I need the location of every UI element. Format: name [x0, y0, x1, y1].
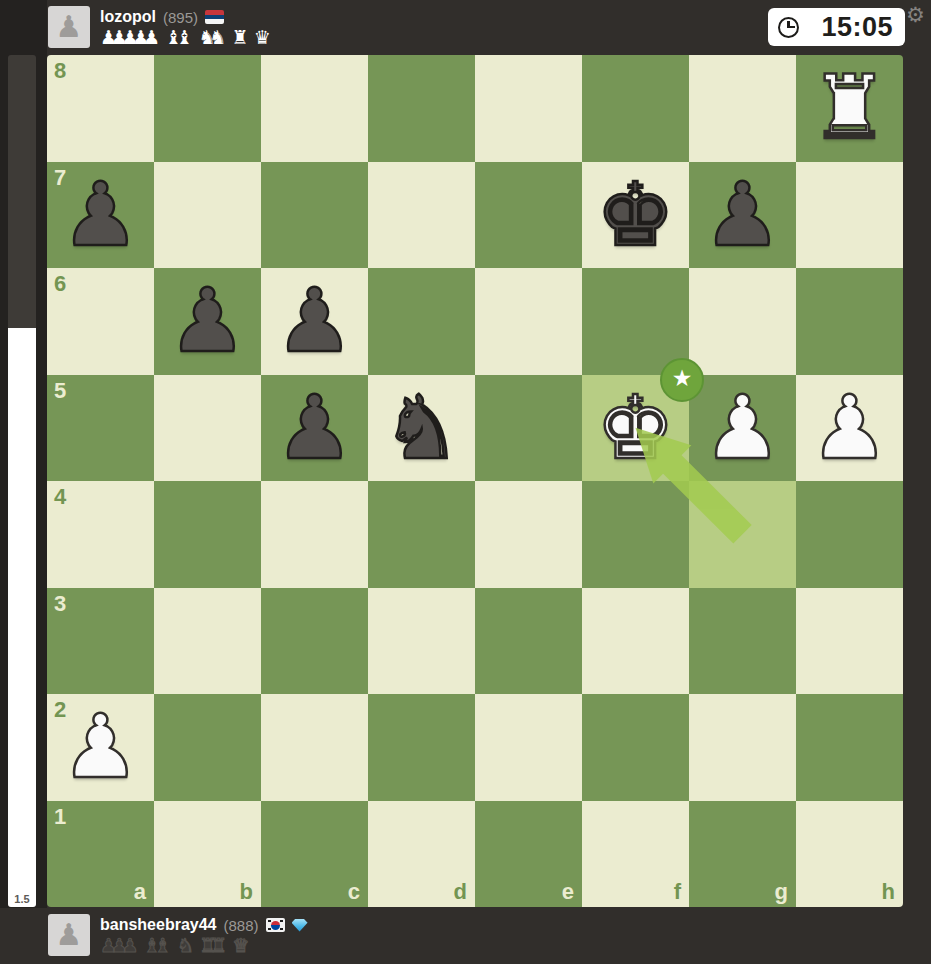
south-korea-flag-icon — [266, 918, 285, 932]
square-g3[interactable] — [689, 588, 796, 695]
rank-label-8: 8 — [54, 60, 66, 82]
clock-icon — [778, 17, 799, 38]
square-e1[interactable]: e — [475, 801, 582, 908]
square-e6[interactable] — [475, 268, 582, 375]
rank-label-4: 4 — [54, 486, 66, 508]
top-player: ♟ lozopol (895) ♟♟♟♟♟ ♝♝ ♞♞ ♜ ♛ — [48, 6, 272, 48]
square-g6[interactable] — [689, 268, 796, 375]
square-b7[interactable] — [154, 162, 261, 269]
black-pawn-g7[interactable]: ♟ — [689, 162, 796, 269]
file-label-e: e — [562, 881, 574, 903]
square-b1[interactable]: b — [154, 801, 261, 908]
square-b8[interactable] — [154, 55, 261, 162]
square-c6[interactable]: ♟ — [261, 268, 368, 375]
square-d1[interactable]: d — [368, 801, 475, 908]
square-e7[interactable] — [475, 162, 582, 269]
square-e8[interactable] — [475, 55, 582, 162]
square-a3[interactable]: 3 — [47, 588, 154, 695]
square-f3[interactable] — [582, 588, 689, 695]
square-a7[interactable]: 7♟ — [47, 162, 154, 269]
square-b5[interactable] — [154, 375, 261, 482]
square-a5[interactable]: 5 — [47, 375, 154, 482]
square-b2[interactable] — [154, 694, 261, 801]
square-e2[interactable] — [475, 694, 582, 801]
serbia-flag-icon — [205, 10, 224, 24]
square-f4[interactable] — [582, 481, 689, 588]
square-c8[interactable] — [261, 55, 368, 162]
bottom-player-avatar[interactable]: ♟ — [48, 914, 90, 956]
file-label-g: g — [775, 881, 788, 903]
file-label-d: d — [454, 881, 467, 903]
square-h4[interactable] — [796, 481, 903, 588]
black-pawn-c6[interactable]: ♟ — [261, 268, 368, 375]
white-rook-h8[interactable]: ♜ — [796, 55, 903, 162]
top-clock-time: 15:05 — [821, 12, 893, 43]
chess-board[interactable]: 8♜7♟♚♟6♟♟5♟♞♚♟♟432♟1abcdefgh — [47, 55, 903, 907]
square-c2[interactable] — [261, 694, 368, 801]
white-pawn-g5[interactable]: ♟ — [689, 375, 796, 482]
rank-label-2: 2 — [54, 699, 66, 721]
top-player-rating: (895) — [163, 9, 198, 26]
bottom-player-bar: ♟ bansheebray44 (888) ♟♟♟ ♝♝ ♞ ♜♜ ♛ 12:5… — [0, 908, 931, 964]
square-b3[interactable] — [154, 588, 261, 695]
square-g4[interactable] — [689, 481, 796, 588]
bottom-player-rating: (888) — [224, 917, 259, 934]
square-c5[interactable]: ♟ — [261, 375, 368, 482]
top-player-bar: ♟ lozopol (895) ♟♟♟♟♟ ♝♝ ♞♞ ♜ ♛ 15:05 ⚙ — [0, 0, 931, 55]
rank-label-7: 7 — [54, 167, 66, 189]
square-h7[interactable] — [796, 162, 903, 269]
square-g5[interactable]: ♟ — [689, 375, 796, 482]
top-player-avatar[interactable]: ♟ — [48, 6, 90, 48]
best-move-star-badge: ★ — [660, 358, 704, 402]
rank-label-3: 3 — [54, 593, 66, 615]
evaluation-bar: 1.5 — [8, 55, 36, 907]
file-label-c: c — [348, 881, 360, 903]
top-player-captured-pieces: ♟♟♟♟♟ ♝♝ ♞♞ ♜ ♛ — [100, 27, 272, 48]
square-g8[interactable] — [689, 55, 796, 162]
square-a2[interactable]: 2♟ — [47, 694, 154, 801]
rank-label-5: 5 — [54, 380, 66, 402]
square-g2[interactable] — [689, 694, 796, 801]
square-d3[interactable] — [368, 588, 475, 695]
square-b6[interactable]: ♟ — [154, 268, 261, 375]
square-f1[interactable]: f — [582, 801, 689, 908]
square-e4[interactable] — [475, 481, 582, 588]
square-h3[interactable] — [796, 588, 903, 695]
square-h5[interactable]: ♟ — [796, 375, 903, 482]
square-a8[interactable]: 8 — [47, 55, 154, 162]
square-a4[interactable]: 4 — [47, 481, 154, 588]
square-e5[interactable] — [475, 375, 582, 482]
square-d2[interactable] — [368, 694, 475, 801]
square-g1[interactable]: g — [689, 801, 796, 908]
square-a6[interactable]: 6 — [47, 268, 154, 375]
square-g7[interactable]: ♟ — [689, 162, 796, 269]
rank-label-6: 6 — [54, 273, 66, 295]
square-d7[interactable] — [368, 162, 475, 269]
file-label-h: h — [882, 881, 895, 903]
black-pawn-b6[interactable]: ♟ — [154, 268, 261, 375]
square-e3[interactable] — [475, 588, 582, 695]
square-c7[interactable] — [261, 162, 368, 269]
square-c3[interactable] — [261, 588, 368, 695]
top-player-info: lozopol (895) ♟♟♟♟♟ ♝♝ ♞♞ ♜ ♛ — [100, 6, 272, 48]
square-h8[interactable]: ♜ — [796, 55, 903, 162]
square-d4[interactable] — [368, 481, 475, 588]
square-c1[interactable]: c — [261, 801, 368, 908]
top-player-clock: 15:05 — [768, 8, 905, 46]
premium-diamond-icon — [292, 919, 308, 932]
square-h6[interactable] — [796, 268, 903, 375]
top-player-name[interactable]: lozopol — [100, 8, 156, 26]
bottom-player-info: bansheebray44 (888) ♟♟♟ ♝♝ ♞ ♜♜ ♛ — [100, 914, 308, 956]
square-f2[interactable] — [582, 694, 689, 801]
rank-label-1: 1 — [54, 806, 66, 828]
square-d6[interactable] — [368, 268, 475, 375]
settings-gear-icon[interactable]: ⚙ — [906, 3, 925, 27]
black-pawn-c5[interactable]: ♟ — [261, 375, 368, 482]
black-knight-d5[interactable]: ♞ — [368, 375, 475, 482]
bottom-player-name[interactable]: bansheebray44 — [100, 916, 217, 934]
square-d5[interactable]: ♞ — [368, 375, 475, 482]
square-h2[interactable] — [796, 694, 903, 801]
white-pawn-h5[interactable]: ♟ — [796, 375, 903, 482]
square-f8[interactable] — [582, 55, 689, 162]
black-king-f7[interactable]: ♚ — [582, 162, 689, 269]
square-a1[interactable]: 1a — [47, 801, 154, 908]
file-label-b: b — [240, 881, 253, 903]
square-f6[interactable] — [582, 268, 689, 375]
bottom-player-captured-pieces: ♟♟♟ ♝♝ ♞ ♜♜ ♛ — [100, 935, 308, 956]
square-h1[interactable]: h — [796, 801, 903, 908]
square-b4[interactable] — [154, 481, 261, 588]
square-f7[interactable]: ♚ — [582, 162, 689, 269]
evaluation-bar-white-part: 1.5 — [8, 328, 36, 907]
evaluation-value: 1.5 — [8, 893, 36, 905]
square-c4[interactable] — [261, 481, 368, 588]
file-label-f: f — [674, 881, 681, 903]
file-label-a: a — [134, 881, 146, 903]
bottom-player: ♟ bansheebray44 (888) ♟♟♟ ♝♝ ♞ ♜♜ ♛ — [48, 914, 308, 956]
square-d8[interactable] — [368, 55, 475, 162]
